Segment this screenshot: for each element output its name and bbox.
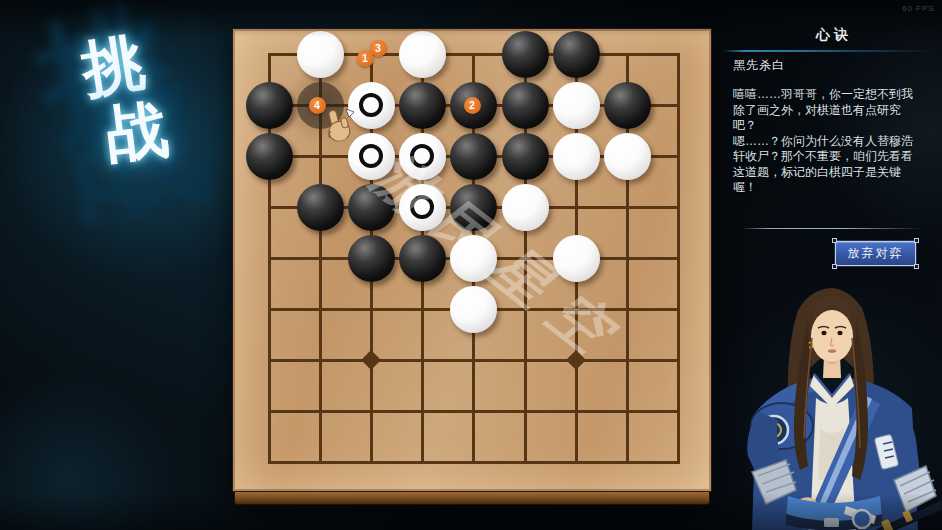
white-stone-circle-marked [399, 184, 446, 231]
white-stone [450, 286, 497, 333]
black-stone [450, 133, 497, 180]
black-stone [553, 31, 600, 78]
move-marker-1: 1 [357, 50, 374, 67]
button-corner-accent [832, 264, 837, 269]
dialogue-text: 嘻嘻……羽哥哥，你一定想不到我除了画之外，对棋道也有点研究吧？ 嗯……？你问为什… [733, 87, 917, 196]
black-stone [450, 184, 497, 231]
puzzle-objective: 黑先杀白 [733, 57, 785, 74]
circle-mark [410, 195, 434, 219]
white-stone [553, 133, 600, 180]
black-stone [246, 82, 293, 129]
black-stone [348, 235, 395, 282]
calligraphy-shadow: 挑 [18, 0, 193, 178]
button-corner-accent [832, 238, 837, 243]
go-board-wrap: 游民星空3124 [232, 28, 712, 505]
banner-char-bottom: 战 [101, 87, 173, 178]
move-marker-2: 2 [464, 97, 481, 114]
white-stone [450, 235, 497, 282]
grid-line [268, 410, 680, 413]
star-point [361, 350, 381, 370]
grid-line [268, 461, 680, 464]
give-up-button[interactable]: 放弃对弈 [835, 241, 916, 266]
white-stone [553, 82, 600, 129]
button-corner-accent [914, 238, 919, 243]
black-stone [502, 82, 549, 129]
banner-char-top: 挑 [76, 20, 150, 113]
tap-cursor-icon [322, 108, 356, 148]
star-point [566, 350, 586, 370]
panel-title-underline [723, 50, 939, 52]
button-corner-accent [914, 264, 919, 269]
game-screen: 60 FPS 挑 战 挑 战 游民星空3124 心诀 黑先杀白 嘻嘻……羽哥哥，… [0, 0, 942, 530]
grid-line [268, 359, 680, 362]
white-stone [604, 133, 651, 180]
black-stone [399, 82, 446, 129]
black-stone [297, 184, 344, 231]
black-stone [604, 82, 651, 129]
white-stone [399, 31, 446, 78]
panel-divider [741, 228, 923, 229]
white-stone-circle-marked [399, 133, 446, 180]
black-stone [502, 31, 549, 78]
circle-mark [359, 144, 383, 168]
circle-mark [359, 93, 383, 117]
panel-title: 心诀 [733, 26, 935, 44]
black-stone [399, 235, 446, 282]
white-stone [297, 31, 344, 78]
background-glow [0, 370, 200, 530]
hint-panel: 心诀 黑先杀白 嘻嘻……羽哥哥，你一定想不到我除了画之外，对棋道也有点研究吧？ … [733, 26, 935, 44]
black-stone [246, 133, 293, 180]
black-stone [502, 133, 549, 180]
give-up-button-label: 放弃对弈 [848, 246, 904, 260]
black-stone [348, 184, 395, 231]
white-stone [553, 235, 600, 282]
circle-mark [410, 144, 434, 168]
go-board[interactable]: 游民星空3124 [232, 28, 712, 492]
companion-portrait [728, 278, 942, 530]
board-side-bevel [234, 492, 710, 505]
challenge-banner: 挑 战 挑 战 [0, 0, 230, 320]
fps-counter: 60 FPS [902, 4, 935, 13]
calligraphy-shadow: 战 [55, 50, 220, 253]
white-stone [502, 184, 549, 231]
